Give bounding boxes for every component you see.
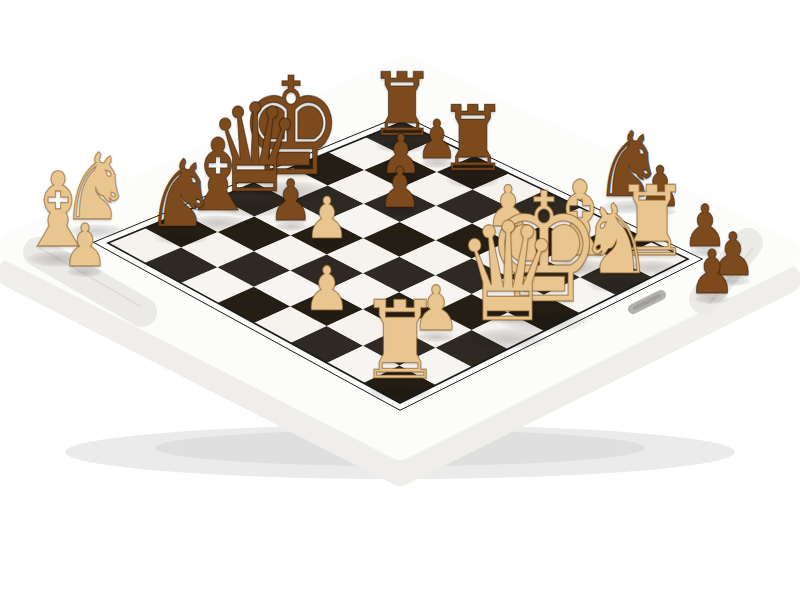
chess-set-photo: Overhead angled photo of a white wooden … (0, 0, 800, 600)
piece-black-p-f6[interactable]: ♟ (378, 160, 421, 216)
piece-white-r-a1[interactable]: ♜ (358, 287, 441, 395)
piece-white-q-d1[interactable]: ♛ (455, 205, 561, 342)
piece-black-n-b8[interactable]: ♞ (146, 148, 217, 241)
piece-white-p-d6[interactable]: ♟ (305, 190, 349, 248)
tray-piece-black-pawn-right_tray-2[interactable]: ♟ (689, 242, 736, 302)
tray-piece-white-pawn-left_tray-2[interactable]: ♟ (62, 216, 108, 275)
piece-white-p-b4[interactable]: ♟ (303, 258, 350, 319)
